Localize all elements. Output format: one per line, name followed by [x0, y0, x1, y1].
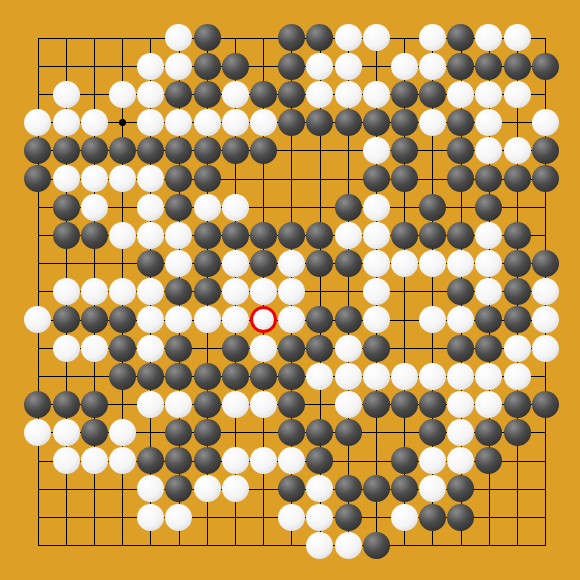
intersection-F10[interactable] — [165, 278, 193, 306]
intersection-Q10[interactable] — [447, 278, 475, 306]
intersection-M8[interactable] — [334, 221, 362, 249]
intersection-T6[interactable] — [531, 165, 559, 193]
intersection-B18[interactable] — [52, 503, 80, 531]
intersection-P9[interactable] — [419, 249, 447, 277]
intersection-D15[interactable] — [108, 419, 136, 447]
intersection-D6[interactable] — [108, 165, 136, 193]
intersection-G2[interactable] — [193, 52, 221, 80]
intersection-S12[interactable] — [503, 334, 531, 362]
intersection-H13[interactable] — [221, 362, 249, 390]
intersection-C8[interactable] — [80, 221, 108, 249]
intersection-R14[interactable] — [475, 390, 503, 418]
intersection-F3[interactable] — [165, 80, 193, 108]
intersection-K6[interactable] — [278, 165, 306, 193]
intersection-A17[interactable] — [24, 475, 52, 503]
intersection-B15[interactable] — [52, 419, 80, 447]
intersection-N15[interactable] — [362, 419, 390, 447]
intersection-L2[interactable] — [306, 52, 334, 80]
intersection-Q12[interactable] — [447, 334, 475, 362]
intersection-S16[interactable] — [503, 447, 531, 475]
intersection-R16[interactable] — [475, 447, 503, 475]
intersection-H6[interactable] — [221, 165, 249, 193]
intersection-P5[interactable] — [419, 137, 447, 165]
intersection-N16[interactable] — [362, 447, 390, 475]
intersection-C9[interactable] — [80, 249, 108, 277]
intersection-J17[interactable] — [249, 475, 277, 503]
intersection-N4[interactable] — [362, 108, 390, 136]
intersection-T3[interactable] — [531, 80, 559, 108]
intersection-E5[interactable] — [137, 137, 165, 165]
intersection-Q13[interactable] — [447, 362, 475, 390]
intersection-H5[interactable] — [221, 137, 249, 165]
intersection-M1[interactable] — [334, 24, 362, 52]
intersection-F9[interactable] — [165, 249, 193, 277]
intersection-T8[interactable] — [531, 221, 559, 249]
intersection-T19[interactable] — [531, 531, 559, 559]
intersection-H8[interactable] — [221, 221, 249, 249]
intersection-N14[interactable] — [362, 390, 390, 418]
intersection-H10[interactable] — [221, 278, 249, 306]
intersection-S3[interactable] — [503, 80, 531, 108]
intersection-O3[interactable] — [390, 80, 418, 108]
intersection-K1[interactable] — [278, 24, 306, 52]
intersection-S13[interactable] — [503, 362, 531, 390]
intersection-J19[interactable] — [249, 531, 277, 559]
intersection-B14[interactable] — [52, 390, 80, 418]
intersection-F18[interactable] — [165, 503, 193, 531]
intersection-D9[interactable] — [108, 249, 136, 277]
intersection-B1[interactable] — [52, 24, 80, 52]
intersection-K18[interactable] — [278, 503, 306, 531]
intersection-E18[interactable] — [137, 503, 165, 531]
intersection-D11[interactable] — [108, 306, 136, 334]
intersection-O16[interactable] — [390, 447, 418, 475]
intersection-E6[interactable] — [137, 165, 165, 193]
intersection-S1[interactable] — [503, 24, 531, 52]
intersection-C15[interactable] — [80, 419, 108, 447]
intersection-K17[interactable] — [278, 475, 306, 503]
intersection-A8[interactable] — [24, 221, 52, 249]
intersection-C19[interactable] — [80, 531, 108, 559]
intersection-N6[interactable] — [362, 165, 390, 193]
intersection-J2[interactable] — [249, 52, 277, 80]
intersection-K11[interactable] — [278, 306, 306, 334]
intersection-F7[interactable] — [165, 193, 193, 221]
intersection-A1[interactable] — [24, 24, 52, 52]
intersection-F6[interactable] — [165, 165, 193, 193]
intersection-K5[interactable] — [278, 137, 306, 165]
intersection-L13[interactable] — [306, 362, 334, 390]
intersection-P1[interactable] — [419, 24, 447, 52]
intersection-J18[interactable] — [249, 503, 277, 531]
intersection-J5[interactable] — [249, 137, 277, 165]
intersection-T7[interactable] — [531, 193, 559, 221]
intersection-F15[interactable] — [165, 419, 193, 447]
intersection-A11[interactable] — [24, 306, 52, 334]
intersection-B4[interactable] — [52, 108, 80, 136]
intersection-B8[interactable] — [52, 221, 80, 249]
intersection-M16[interactable] — [334, 447, 362, 475]
intersection-R6[interactable] — [475, 165, 503, 193]
intersection-O5[interactable] — [390, 137, 418, 165]
intersection-R3[interactable] — [475, 80, 503, 108]
intersection-F19[interactable] — [165, 531, 193, 559]
intersection-T11[interactable] — [531, 306, 559, 334]
intersection-N11[interactable] — [362, 306, 390, 334]
intersection-G13[interactable] — [193, 362, 221, 390]
intersection-O2[interactable] — [390, 52, 418, 80]
intersection-C14[interactable] — [80, 390, 108, 418]
intersection-H14[interactable] — [221, 390, 249, 418]
intersection-M4[interactable] — [334, 108, 362, 136]
intersection-H16[interactable] — [221, 447, 249, 475]
intersection-G12[interactable] — [193, 334, 221, 362]
intersection-A3[interactable] — [24, 80, 52, 108]
intersection-E7[interactable] — [137, 193, 165, 221]
intersection-R15[interactable] — [475, 419, 503, 447]
intersection-P12[interactable] — [419, 334, 447, 362]
intersection-Q4[interactable] — [447, 108, 475, 136]
intersection-C10[interactable] — [80, 278, 108, 306]
intersection-S9[interactable] — [503, 249, 531, 277]
intersection-H18[interactable] — [221, 503, 249, 531]
intersection-C6[interactable] — [80, 165, 108, 193]
intersection-O18[interactable] — [390, 503, 418, 531]
intersection-E11[interactable] — [137, 306, 165, 334]
intersection-G10[interactable] — [193, 278, 221, 306]
intersection-E12[interactable] — [137, 334, 165, 362]
intersection-L15[interactable] — [306, 419, 334, 447]
intersection-A19[interactable] — [24, 531, 52, 559]
intersection-B12[interactable] — [52, 334, 80, 362]
intersection-S11[interactable] — [503, 306, 531, 334]
intersection-N19[interactable] — [362, 531, 390, 559]
intersection-B17[interactable] — [52, 475, 80, 503]
intersection-T2[interactable] — [531, 52, 559, 80]
intersection-N17[interactable] — [362, 475, 390, 503]
intersection-B9[interactable] — [52, 249, 80, 277]
intersection-M12[interactable] — [334, 334, 362, 362]
intersection-N13[interactable] — [362, 362, 390, 390]
intersection-N18[interactable] — [362, 503, 390, 531]
intersection-P18[interactable] — [419, 503, 447, 531]
intersection-E9[interactable] — [137, 249, 165, 277]
intersection-S10[interactable] — [503, 278, 531, 306]
intersection-L6[interactable] — [306, 165, 334, 193]
intersection-T10[interactable] — [531, 278, 559, 306]
intersection-J12[interactable] — [249, 334, 277, 362]
intersection-P4[interactable] — [419, 108, 447, 136]
intersection-S14[interactable] — [503, 390, 531, 418]
intersection-L1[interactable] — [306, 24, 334, 52]
intersection-Q2[interactable] — [447, 52, 475, 80]
intersection-G4[interactable] — [193, 108, 221, 136]
intersection-H9[interactable] — [221, 249, 249, 277]
intersection-G6[interactable] — [193, 165, 221, 193]
intersection-T13[interactable] — [531, 362, 559, 390]
intersection-D16[interactable] — [108, 447, 136, 475]
intersection-K15[interactable] — [278, 419, 306, 447]
intersection-A13[interactable] — [24, 362, 52, 390]
intersection-D1[interactable] — [108, 24, 136, 52]
intersection-S7[interactable] — [503, 193, 531, 221]
intersection-K2[interactable] — [278, 52, 306, 80]
intersection-S5[interactable] — [503, 137, 531, 165]
intersection-M2[interactable] — [334, 52, 362, 80]
intersection-M11[interactable] — [334, 306, 362, 334]
intersection-K4[interactable] — [278, 108, 306, 136]
intersection-A5[interactable] — [24, 137, 52, 165]
intersection-B3[interactable] — [52, 80, 80, 108]
intersection-E14[interactable] — [137, 390, 165, 418]
intersection-P7[interactable] — [419, 193, 447, 221]
intersection-Q6[interactable] — [447, 165, 475, 193]
intersection-A12[interactable] — [24, 334, 52, 362]
intersection-M7[interactable] — [334, 193, 362, 221]
intersection-A16[interactable] — [24, 447, 52, 475]
intersection-L8[interactable] — [306, 221, 334, 249]
intersection-M19[interactable] — [334, 531, 362, 559]
intersection-L17[interactable] — [306, 475, 334, 503]
intersection-F12[interactable] — [165, 334, 193, 362]
intersection-B16[interactable] — [52, 447, 80, 475]
intersection-R8[interactable] — [475, 221, 503, 249]
intersection-O17[interactable] — [390, 475, 418, 503]
intersection-K19[interactable] — [278, 531, 306, 559]
intersection-B11[interactable] — [52, 306, 80, 334]
intersection-R12[interactable] — [475, 334, 503, 362]
intersection-G15[interactable] — [193, 419, 221, 447]
intersection-F2[interactable] — [165, 52, 193, 80]
intersection-L18[interactable] — [306, 503, 334, 531]
intersection-J16[interactable] — [249, 447, 277, 475]
intersection-T5[interactable] — [531, 137, 559, 165]
intersection-M18[interactable] — [334, 503, 362, 531]
intersection-E13[interactable] — [137, 362, 165, 390]
intersection-P16[interactable] — [419, 447, 447, 475]
intersection-S8[interactable] — [503, 221, 531, 249]
intersection-M17[interactable] — [334, 475, 362, 503]
intersection-Q15[interactable] — [447, 419, 475, 447]
intersection-E17[interactable] — [137, 475, 165, 503]
intersection-Q3[interactable] — [447, 80, 475, 108]
intersection-Q11[interactable] — [447, 306, 475, 334]
intersection-P10[interactable] — [419, 278, 447, 306]
intersection-H3[interactable] — [221, 80, 249, 108]
intersection-D4[interactable] — [108, 108, 136, 136]
intersection-A18[interactable] — [24, 503, 52, 531]
intersection-O11[interactable] — [390, 306, 418, 334]
intersection-G11[interactable] — [193, 306, 221, 334]
intersection-B10[interactable] — [52, 278, 80, 306]
intersection-G19[interactable] — [193, 531, 221, 559]
intersection-O8[interactable] — [390, 221, 418, 249]
intersection-R4[interactable] — [475, 108, 503, 136]
intersection-H11[interactable] — [221, 306, 249, 334]
intersection-P11[interactable] — [419, 306, 447, 334]
intersection-N9[interactable] — [362, 249, 390, 277]
intersection-M13[interactable] — [334, 362, 362, 390]
intersection-P15[interactable] — [419, 419, 447, 447]
intersection-Q7[interactable] — [447, 193, 475, 221]
intersection-G7[interactable] — [193, 193, 221, 221]
intersection-C18[interactable] — [80, 503, 108, 531]
intersection-B19[interactable] — [52, 531, 80, 559]
intersection-P19[interactable] — [419, 531, 447, 559]
intersection-P6[interactable] — [419, 165, 447, 193]
intersection-R17[interactable] — [475, 475, 503, 503]
intersection-N2[interactable] — [362, 52, 390, 80]
intersection-M14[interactable] — [334, 390, 362, 418]
intersection-K16[interactable] — [278, 447, 306, 475]
intersection-L9[interactable] — [306, 249, 334, 277]
intersection-D7[interactable] — [108, 193, 136, 221]
intersection-S17[interactable] — [503, 475, 531, 503]
intersection-A10[interactable] — [24, 278, 52, 306]
intersection-D19[interactable] — [108, 531, 136, 559]
intersection-C17[interactable] — [80, 475, 108, 503]
intersection-N5[interactable] — [362, 137, 390, 165]
intersection-J10[interactable] — [249, 278, 277, 306]
intersection-E8[interactable] — [137, 221, 165, 249]
intersection-A6[interactable] — [24, 165, 52, 193]
intersection-J14[interactable] — [249, 390, 277, 418]
intersection-P17[interactable] — [419, 475, 447, 503]
intersection-H1[interactable] — [221, 24, 249, 52]
intersection-C11[interactable] — [80, 306, 108, 334]
intersection-S6[interactable] — [503, 165, 531, 193]
intersection-E16[interactable] — [137, 447, 165, 475]
intersection-K8[interactable] — [278, 221, 306, 249]
intersection-M3[interactable] — [334, 80, 362, 108]
intersection-Q14[interactable] — [447, 390, 475, 418]
intersection-P14[interactable] — [419, 390, 447, 418]
intersection-P13[interactable] — [419, 362, 447, 390]
intersection-Q16[interactable] — [447, 447, 475, 475]
intersection-O19[interactable] — [390, 531, 418, 559]
intersection-R19[interactable] — [475, 531, 503, 559]
intersection-K14[interactable] — [278, 390, 306, 418]
intersection-G5[interactable] — [193, 137, 221, 165]
intersection-C16[interactable] — [80, 447, 108, 475]
intersection-M10[interactable] — [334, 278, 362, 306]
intersection-N10[interactable] — [362, 278, 390, 306]
intersection-Q17[interactable] — [447, 475, 475, 503]
intersection-K12[interactable] — [278, 334, 306, 362]
intersection-R10[interactable] — [475, 278, 503, 306]
intersection-C3[interactable] — [80, 80, 108, 108]
intersection-J3[interactable] — [249, 80, 277, 108]
intersection-P2[interactable] — [419, 52, 447, 80]
intersection-H19[interactable] — [221, 531, 249, 559]
intersection-O13[interactable] — [390, 362, 418, 390]
intersection-Q9[interactable] — [447, 249, 475, 277]
intersection-F8[interactable] — [165, 221, 193, 249]
intersection-J11[interactable] — [249, 306, 277, 334]
intersection-L4[interactable] — [306, 108, 334, 136]
intersection-R18[interactable] — [475, 503, 503, 531]
intersection-T15[interactable] — [531, 419, 559, 447]
intersection-R2[interactable] — [475, 52, 503, 80]
intersection-N12[interactable] — [362, 334, 390, 362]
intersection-T17[interactable] — [531, 475, 559, 503]
intersection-T18[interactable] — [531, 503, 559, 531]
intersection-B6[interactable] — [52, 165, 80, 193]
intersection-F13[interactable] — [165, 362, 193, 390]
intersection-S19[interactable] — [503, 531, 531, 559]
intersection-P8[interactable] — [419, 221, 447, 249]
intersection-G1[interactable] — [193, 24, 221, 52]
intersection-T9[interactable] — [531, 249, 559, 277]
intersection-M9[interactable] — [334, 249, 362, 277]
intersection-D14[interactable] — [108, 390, 136, 418]
intersection-H12[interactable] — [221, 334, 249, 362]
intersection-E3[interactable] — [137, 80, 165, 108]
intersection-G9[interactable] — [193, 249, 221, 277]
intersection-N1[interactable] — [362, 24, 390, 52]
intersection-A4[interactable] — [24, 108, 52, 136]
intersection-N7[interactable] — [362, 193, 390, 221]
intersection-E4[interactable] — [137, 108, 165, 136]
intersection-R13[interactable] — [475, 362, 503, 390]
intersection-J1[interactable] — [249, 24, 277, 52]
intersection-E19[interactable] — [137, 531, 165, 559]
intersection-L3[interactable] — [306, 80, 334, 108]
intersection-S2[interactable] — [503, 52, 531, 80]
intersection-D5[interactable] — [108, 137, 136, 165]
intersection-S18[interactable] — [503, 503, 531, 531]
intersection-M15[interactable] — [334, 419, 362, 447]
intersection-C7[interactable] — [80, 193, 108, 221]
intersection-L7[interactable] — [306, 193, 334, 221]
intersection-B2[interactable] — [52, 52, 80, 80]
intersection-K3[interactable] — [278, 80, 306, 108]
intersection-D8[interactable] — [108, 221, 136, 249]
intersection-A14[interactable] — [24, 390, 52, 418]
intersection-O14[interactable] — [390, 390, 418, 418]
intersection-T1[interactable] — [531, 24, 559, 52]
intersection-E10[interactable] — [137, 278, 165, 306]
intersection-E15[interactable] — [137, 419, 165, 447]
intersection-L12[interactable] — [306, 334, 334, 362]
intersection-F16[interactable] — [165, 447, 193, 475]
intersection-T12[interactable] — [531, 334, 559, 362]
intersection-G14[interactable] — [193, 390, 221, 418]
intersection-B5[interactable] — [52, 137, 80, 165]
intersection-R5[interactable] — [475, 137, 503, 165]
intersection-K7[interactable] — [278, 193, 306, 221]
intersection-A15[interactable] — [24, 419, 52, 447]
intersection-D18[interactable] — [108, 503, 136, 531]
intersection-A9[interactable] — [24, 249, 52, 277]
intersection-N8[interactable] — [362, 221, 390, 249]
intersection-D2[interactable] — [108, 52, 136, 80]
intersection-E2[interactable] — [137, 52, 165, 80]
intersection-C1[interactable] — [80, 24, 108, 52]
intersection-R9[interactable] — [475, 249, 503, 277]
intersection-O10[interactable] — [390, 278, 418, 306]
intersection-L19[interactable] — [306, 531, 334, 559]
intersection-O1[interactable] — [390, 24, 418, 52]
intersection-Q18[interactable] — [447, 503, 475, 531]
intersection-J7[interactable] — [249, 193, 277, 221]
intersection-B13[interactable] — [52, 362, 80, 390]
intersection-T4[interactable] — [531, 108, 559, 136]
intersection-J6[interactable] — [249, 165, 277, 193]
intersection-D3[interactable] — [108, 80, 136, 108]
intersection-H15[interactable] — [221, 419, 249, 447]
intersection-M6[interactable] — [334, 165, 362, 193]
